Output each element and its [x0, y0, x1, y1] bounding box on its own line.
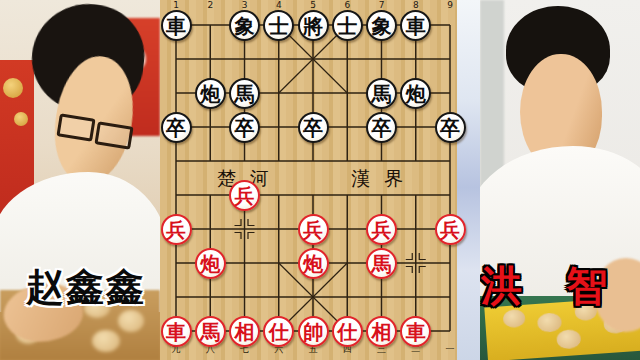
piece-glyph: 炮 — [303, 254, 323, 274]
piece-glyph: 卒 — [303, 118, 323, 138]
piece-red-advisor[interactable]: 仕 — [332, 316, 363, 347]
piece-glyph: 象 — [372, 16, 392, 36]
piece-black-horse[interactable]: 馬 — [229, 78, 260, 109]
piece-red-general[interactable]: 帥 — [298, 316, 329, 347]
piece-glyph: 兵 — [372, 220, 392, 240]
wood-piece — [118, 310, 144, 332]
piece-black-soldier[interactable]: 卒 — [435, 112, 466, 143]
piece-glyph: 炮 — [406, 84, 426, 104]
piece-red-cannon[interactable]: 炮 — [298, 248, 329, 279]
piece-glyph: 車 — [166, 16, 186, 36]
piece-black-horse[interactable]: 馬 — [366, 78, 397, 109]
gold-emblem-icon — [14, 112, 28, 126]
piece-red-soldier[interactable]: 兵 — [298, 214, 329, 245]
piece-black-elephant[interactable]: 象 — [366, 10, 397, 41]
wood-piece — [503, 309, 526, 328]
piece-glyph: 馬 — [235, 84, 255, 104]
piece-red-soldier[interactable]: 兵 — [366, 214, 397, 245]
wood-piece — [92, 330, 120, 352]
piece-black-general[interactable]: 將 — [298, 10, 329, 41]
broadcast-frame: 赵鑫鑫 123456789 九八七六五四三二一 楚 河 漢 界 車象士將士象車炮… — [0, 0, 640, 360]
piece-glyph: 仕 — [269, 322, 289, 342]
piece-black-chariot[interactable]: 車 — [400, 10, 431, 41]
piece-red-advisor[interactable]: 仕 — [263, 316, 294, 347]
piece-black-chariot[interactable]: 車 — [161, 10, 192, 41]
piece-red-chariot[interactable]: 車 — [400, 316, 431, 347]
piece-glyph: 馬 — [200, 322, 220, 342]
piece-black-soldier[interactable]: 卒 — [229, 112, 260, 143]
piece-red-cannon[interactable]: 炮 — [195, 248, 226, 279]
piece-glyph: 炮 — [200, 254, 220, 274]
piece-black-soldier[interactable]: 卒 — [161, 112, 192, 143]
piece-red-horse[interactable]: 馬 — [195, 316, 226, 347]
piece-red-elephant[interactable]: 相 — [366, 316, 397, 347]
piece-black-elephant[interactable]: 象 — [229, 10, 260, 41]
piece-red-soldier[interactable]: 兵 — [161, 214, 192, 245]
left-player-name: 赵鑫鑫 — [26, 268, 146, 306]
pieces-grid: 車象士將士象車炮馬馬炮卒卒卒卒卒兵兵兵兵兵炮炮馬車馬相仕帥仕相車 — [159, 8, 467, 348]
piece-glyph: 士 — [337, 16, 357, 36]
piece-glyph: 兵 — [440, 220, 460, 240]
piece-red-elephant[interactable]: 相 — [229, 316, 260, 347]
piece-black-cannon[interactable]: 炮 — [400, 78, 431, 109]
piece-glyph: 士 — [269, 16, 289, 36]
piece-glyph: 車 — [406, 322, 426, 342]
piece-black-advisor[interactable]: 士 — [263, 10, 294, 41]
piece-glyph: 相 — [372, 322, 392, 342]
piece-glyph: 兵 — [166, 220, 186, 240]
piece-glyph: 將 — [303, 16, 323, 36]
piece-black-advisor[interactable]: 士 — [332, 10, 363, 41]
piece-black-cannon[interactable]: 炮 — [195, 78, 226, 109]
piece-red-soldier[interactable]: 兵 — [229, 180, 260, 211]
piece-glyph: 卒 — [372, 118, 392, 138]
gold-emblem-icon — [3, 78, 23, 98]
piece-glyph: 卒 — [235, 118, 255, 138]
piece-glyph: 仕 — [337, 322, 357, 342]
piece-glyph: 車 — [406, 16, 426, 36]
wood-piece — [556, 329, 581, 350]
piece-red-soldier[interactable]: 兵 — [435, 214, 466, 245]
piece-red-chariot[interactable]: 車 — [161, 316, 192, 347]
right-player-photo: 洪智 — [480, 0, 640, 360]
left-player-photo: 赵鑫鑫 — [0, 0, 160, 360]
piece-glyph: 象 — [235, 16, 255, 36]
piece-glyph: 相 — [235, 322, 255, 342]
piece-glyph: 兵 — [235, 186, 255, 206]
right-player-name: 洪智 — [481, 266, 640, 307]
piece-glyph: 兵 — [303, 220, 323, 240]
piece-glyph: 卒 — [440, 118, 460, 138]
wood-piece — [537, 312, 562, 333]
piece-red-horse[interactable]: 馬 — [366, 248, 397, 279]
piece-glyph: 車 — [166, 322, 186, 342]
piece-glyph: 馬 — [372, 254, 392, 274]
piece-black-soldier[interactable]: 卒 — [366, 112, 397, 143]
piece-glyph: 卒 — [166, 118, 186, 138]
piece-glyph: 炮 — [200, 84, 220, 104]
piece-glyph: 馬 — [372, 84, 392, 104]
piece-glyph: 帥 — [303, 322, 323, 342]
xiangqi-board: 123456789 九八七六五四三二一 楚 河 漢 界 車象士將士象車炮馬馬炮卒… — [160, 0, 480, 360]
piece-black-soldier[interactable]: 卒 — [298, 112, 329, 143]
